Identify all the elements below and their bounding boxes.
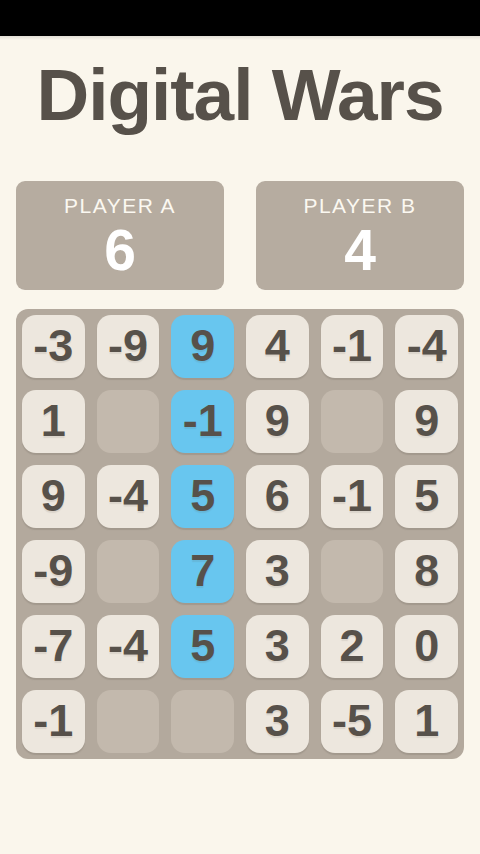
grid-cell-r5c5[interactable]: 2 (321, 615, 384, 678)
grid-cell-r4c6[interactable]: 8 (395, 540, 458, 603)
grid-cell-r4c2 (97, 540, 160, 603)
grid-cell-r2c6[interactable]: 9 (395, 390, 458, 453)
scoreboard: PLAYER A 6 PLAYER B 4 (16, 181, 464, 290)
grid-cell-r3c2[interactable]: -4 (97, 465, 160, 528)
player-b-score: 4 (344, 219, 376, 282)
grid-cell-r6c3 (171, 690, 234, 753)
player-a-label: PLAYER A (64, 194, 176, 218)
grid-cell-r3c3[interactable]: 5 (171, 465, 234, 528)
grid-cell-r1c6[interactable]: -4 (395, 315, 458, 378)
app-title: Digital Wars (0, 48, 480, 143)
player-b-score-box: PLAYER B 4 (256, 181, 464, 290)
grid-cell-r3c1[interactable]: 9 (22, 465, 85, 528)
grid-cell-r1c5[interactable]: -1 (321, 315, 384, 378)
grid-cell-r2c5 (321, 390, 384, 453)
grid-cell-r3c6[interactable]: 5 (395, 465, 458, 528)
grid-cell-r5c1[interactable]: -7 (22, 615, 85, 678)
grid-cell-r5c3[interactable]: 5 (171, 615, 234, 678)
grid-cell-r6c1[interactable]: -1 (22, 690, 85, 753)
grid-cell-r5c4[interactable]: 3 (246, 615, 309, 678)
grid-cell-r5c2[interactable]: -4 (97, 615, 160, 678)
grid-cell-r4c3[interactable]: 7 (171, 540, 234, 603)
grid-cell-r1c4[interactable]: 4 (246, 315, 309, 378)
player-a-score: 6 (104, 219, 136, 282)
player-a-score-box: PLAYER A 6 (16, 181, 224, 290)
status-bar (0, 0, 480, 36)
grid-cell-r6c4[interactable]: 3 (246, 690, 309, 753)
grid-cell-r5c6[interactable]: 0 (395, 615, 458, 678)
game-board: -3-994-1-41-1999-456-15-9738-7-45320-13-… (16, 309, 464, 759)
grid-cell-r4c5 (321, 540, 384, 603)
status-bar-shadow (0, 36, 480, 40)
grid-cell-r2c4[interactable]: 9 (246, 390, 309, 453)
grid-cell-r1c3[interactable]: 9 (171, 315, 234, 378)
grid-cell-r6c6[interactable]: 1 (395, 690, 458, 753)
player-b-label: PLAYER B (303, 194, 416, 218)
grid-cell-r3c4[interactable]: 6 (246, 465, 309, 528)
grid-cell-r3c5[interactable]: -1 (321, 465, 384, 528)
grid-cell-r1c2[interactable]: -9 (97, 315, 160, 378)
grid-cell-r6c5[interactable]: -5 (321, 690, 384, 753)
grid-cell-r6c2 (97, 690, 160, 753)
grid-cell-r4c1[interactable]: -9 (22, 540, 85, 603)
grid-cell-r2c3[interactable]: -1 (171, 390, 234, 453)
grid-cell-r4c4[interactable]: 3 (246, 540, 309, 603)
grid-cell-r2c2 (97, 390, 160, 453)
grid-cell-r1c1[interactable]: -3 (22, 315, 85, 378)
app-screen: Digital Wars PLAYER A 6 PLAYER B 4 -3-99… (0, 0, 480, 854)
grid-cell-r2c1[interactable]: 1 (22, 390, 85, 453)
